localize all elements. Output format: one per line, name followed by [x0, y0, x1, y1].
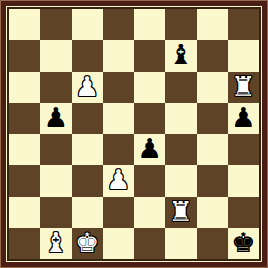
square-f2[interactable]: ♜ [165, 197, 196, 228]
square-a8[interactable] [9, 9, 40, 40]
square-a5[interactable] [9, 103, 40, 134]
square-b7[interactable] [40, 40, 71, 71]
square-g5[interactable] [197, 103, 228, 134]
square-f3[interactable] [165, 165, 196, 196]
square-g4[interactable] [197, 134, 228, 165]
square-a3[interactable] [9, 165, 40, 196]
white-pawn: ♟ [106, 166, 130, 193]
square-b6[interactable] [40, 72, 71, 103]
square-g3[interactable] [197, 165, 228, 196]
board-rim: ♝♟♜♟♟♟♟♜♝♚♚ [6, 6, 262, 262]
square-d3[interactable]: ♟ [103, 165, 134, 196]
square-c5[interactable] [72, 103, 103, 134]
black-king: ♚ [231, 229, 255, 256]
square-e6[interactable] [134, 72, 165, 103]
square-a7[interactable] [9, 40, 40, 71]
square-d8[interactable] [103, 9, 134, 40]
square-c1[interactable]: ♚ [72, 228, 103, 259]
square-b2[interactable] [40, 197, 71, 228]
square-f8[interactable] [165, 9, 196, 40]
square-b3[interactable] [40, 165, 71, 196]
black-pawn: ♟ [138, 135, 162, 162]
square-e5[interactable] [134, 103, 165, 134]
square-e4[interactable]: ♟ [134, 134, 165, 165]
chess-board-frame: ♝♟♜♟♟♟♟♜♝♚♚ [0, 0, 268, 268]
square-d4[interactable] [103, 134, 134, 165]
square-d2[interactable] [103, 197, 134, 228]
square-f6[interactable] [165, 72, 196, 103]
square-h3[interactable] [228, 165, 259, 196]
square-g1[interactable] [197, 228, 228, 259]
square-d5[interactable] [103, 103, 134, 134]
square-c8[interactable] [72, 9, 103, 40]
square-h5[interactable]: ♟ [228, 103, 259, 134]
square-g7[interactable] [197, 40, 228, 71]
square-a4[interactable] [9, 134, 40, 165]
square-e7[interactable] [134, 40, 165, 71]
square-d1[interactable] [103, 228, 134, 259]
white-pawn: ♟ [75, 73, 99, 100]
square-e3[interactable] [134, 165, 165, 196]
white-king: ♚ [75, 229, 99, 256]
square-g2[interactable] [197, 197, 228, 228]
square-h8[interactable] [228, 9, 259, 40]
square-f4[interactable] [165, 134, 196, 165]
white-rook: ♜ [169, 198, 193, 225]
square-c3[interactable] [72, 165, 103, 196]
white-bishop: ♝ [44, 229, 68, 256]
square-e1[interactable] [134, 228, 165, 259]
black-pawn: ♟ [231, 104, 255, 131]
square-a2[interactable] [9, 197, 40, 228]
square-g8[interactable] [197, 9, 228, 40]
square-a1[interactable] [9, 228, 40, 259]
square-b4[interactable] [40, 134, 71, 165]
square-b8[interactable] [40, 9, 71, 40]
square-e8[interactable] [134, 9, 165, 40]
square-d7[interactable] [103, 40, 134, 71]
black-bishop: ♝ [169, 41, 193, 68]
chess-board: ♝♟♜♟♟♟♟♜♝♚♚ [9, 9, 259, 259]
square-h7[interactable] [228, 40, 259, 71]
square-h2[interactable] [228, 197, 259, 228]
square-f5[interactable] [165, 103, 196, 134]
square-d6[interactable] [103, 72, 134, 103]
square-e2[interactable] [134, 197, 165, 228]
square-b1[interactable]: ♝ [40, 228, 71, 259]
square-f1[interactable] [165, 228, 196, 259]
square-c2[interactable] [72, 197, 103, 228]
square-c6[interactable]: ♟ [72, 72, 103, 103]
square-c7[interactable] [72, 40, 103, 71]
square-b5[interactable]: ♟ [40, 103, 71, 134]
square-h1[interactable]: ♚ [228, 228, 259, 259]
white-rook: ♜ [231, 73, 255, 100]
square-f7[interactable]: ♝ [165, 40, 196, 71]
square-c4[interactable] [72, 134, 103, 165]
square-g6[interactable] [197, 72, 228, 103]
square-a6[interactable] [9, 72, 40, 103]
square-h6[interactable]: ♜ [228, 72, 259, 103]
square-h4[interactable] [228, 134, 259, 165]
black-pawn: ♟ [44, 104, 68, 131]
